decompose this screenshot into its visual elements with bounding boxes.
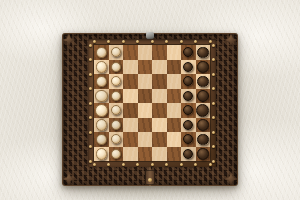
brass-stud-icon bbox=[136, 40, 139, 43]
square-a1 bbox=[94, 45, 109, 60]
square-d3 bbox=[123, 89, 138, 104]
square-c2 bbox=[109, 74, 124, 89]
piece-white-bishop bbox=[96, 119, 108, 131]
brass-stud-icon bbox=[212, 58, 215, 61]
photo-scene bbox=[0, 0, 300, 200]
square-e2 bbox=[109, 103, 124, 118]
square-e4 bbox=[138, 103, 153, 118]
square-h2 bbox=[109, 147, 124, 162]
square-b4 bbox=[138, 60, 153, 75]
square-g5 bbox=[152, 132, 167, 147]
brass-stud-icon bbox=[209, 163, 212, 166]
square-h3 bbox=[123, 147, 138, 162]
square-g8 bbox=[196, 132, 211, 147]
piece-black-knight bbox=[197, 134, 209, 146]
square-b8 bbox=[196, 60, 211, 75]
brass-stud-icon bbox=[212, 116, 215, 119]
piece-white-pawn bbox=[111, 149, 121, 159]
brass-stud-icon bbox=[212, 87, 215, 90]
piece-black-knight bbox=[197, 61, 209, 73]
piece-black-bishop bbox=[197, 76, 209, 88]
brass-stud-icon bbox=[122, 163, 125, 166]
square-b3 bbox=[123, 60, 138, 75]
square-a5 bbox=[152, 45, 167, 60]
brass-stud-icon bbox=[212, 131, 215, 134]
brass-stud-icon bbox=[89, 116, 92, 119]
square-e7 bbox=[181, 103, 196, 118]
square-f3 bbox=[123, 118, 138, 133]
piece-white-pawn bbox=[111, 91, 121, 101]
square-f7 bbox=[181, 118, 196, 133]
square-f1 bbox=[94, 118, 109, 133]
square-f6 bbox=[167, 118, 182, 133]
square-b5 bbox=[152, 60, 167, 75]
brass-stud-icon bbox=[89, 44, 92, 47]
square-e8 bbox=[196, 103, 211, 118]
square-f5 bbox=[152, 118, 167, 133]
piece-white-knight bbox=[96, 134, 108, 146]
square-h8 bbox=[196, 147, 211, 162]
square-g7 bbox=[181, 132, 196, 147]
piece-black-pawn bbox=[183, 62, 193, 72]
square-c3 bbox=[123, 74, 138, 89]
piece-black-queen bbox=[197, 90, 210, 103]
piece-white-rook bbox=[96, 47, 108, 59]
square-a4 bbox=[138, 45, 153, 60]
piece-black-pawn bbox=[183, 149, 193, 159]
square-c8 bbox=[196, 74, 211, 89]
brass-stud-icon bbox=[107, 40, 110, 43]
piece-white-king bbox=[95, 104, 108, 117]
square-b6 bbox=[167, 60, 182, 75]
square-h5 bbox=[152, 147, 167, 162]
piece-white-pawn bbox=[111, 105, 121, 115]
square-a6 bbox=[167, 45, 182, 60]
brass-stud-icon bbox=[136, 163, 139, 166]
square-f8 bbox=[196, 118, 211, 133]
piece-black-pawn bbox=[183, 120, 193, 130]
brass-stud-icon bbox=[212, 145, 215, 148]
brass-stud-icon bbox=[107, 163, 110, 166]
square-h6 bbox=[167, 147, 182, 162]
brass-stud-icon bbox=[93, 163, 96, 166]
square-g2 bbox=[109, 132, 124, 147]
piece-white-queen bbox=[95, 90, 108, 103]
piece-black-rook bbox=[197, 47, 209, 59]
square-e6 bbox=[167, 103, 182, 118]
square-e1 bbox=[94, 103, 109, 118]
brass-stud-icon bbox=[89, 145, 92, 148]
square-d8 bbox=[196, 89, 211, 104]
square-c1 bbox=[94, 74, 109, 89]
square-g4 bbox=[138, 132, 153, 147]
brass-stud-icon bbox=[89, 131, 92, 134]
square-d4 bbox=[138, 89, 153, 104]
square-h1 bbox=[94, 147, 109, 162]
piece-white-pawn bbox=[111, 134, 121, 144]
piece-black-pawn bbox=[183, 105, 193, 115]
square-d2 bbox=[109, 89, 124, 104]
brass-stud-icon bbox=[151, 163, 154, 166]
brass-stud-icon bbox=[89, 87, 92, 90]
brass-stud-icon bbox=[194, 163, 197, 166]
square-c6 bbox=[167, 74, 182, 89]
brass-stud-icon bbox=[122, 40, 125, 43]
brass-stud-icon bbox=[180, 40, 183, 43]
brass-stud-icon bbox=[212, 160, 215, 163]
brass-stud-icon bbox=[89, 160, 92, 163]
brass-stud-icon bbox=[151, 40, 154, 43]
brass-stud-icon bbox=[209, 40, 212, 43]
square-b7 bbox=[181, 60, 196, 75]
brass-stud-icon bbox=[93, 40, 96, 43]
chess-board bbox=[94, 45, 210, 161]
square-b1 bbox=[94, 60, 109, 75]
piece-black-pawn bbox=[183, 47, 193, 57]
piece-black-pawn bbox=[183, 76, 193, 86]
brass-stud-icon bbox=[89, 58, 92, 61]
square-f2 bbox=[109, 118, 124, 133]
square-g1 bbox=[94, 132, 109, 147]
square-b2 bbox=[109, 60, 124, 75]
piece-white-bishop bbox=[96, 76, 108, 88]
brass-stud-icon bbox=[212, 102, 215, 105]
square-g6 bbox=[167, 132, 182, 147]
square-a3 bbox=[123, 45, 138, 60]
brass-stud-icon bbox=[180, 163, 183, 166]
piece-white-pawn bbox=[111, 120, 121, 130]
brass-stud-icon bbox=[89, 102, 92, 105]
piece-black-rook bbox=[197, 148, 209, 160]
square-d6 bbox=[167, 89, 182, 104]
square-h4 bbox=[138, 147, 153, 162]
brass-stud-icon bbox=[165, 40, 168, 43]
brass-stud-icon bbox=[212, 44, 215, 47]
brass-stud-icon bbox=[212, 73, 215, 76]
square-h7 bbox=[181, 147, 196, 162]
square-g3 bbox=[123, 132, 138, 147]
latch-stud-icon bbox=[148, 178, 152, 182]
piece-black-pawn bbox=[183, 134, 193, 144]
brass-stud-icon bbox=[194, 40, 197, 43]
brass-stud-icon bbox=[89, 73, 92, 76]
square-c5 bbox=[152, 74, 167, 89]
brass-stud-icon bbox=[165, 163, 168, 166]
square-e5 bbox=[152, 103, 167, 118]
square-c7 bbox=[181, 74, 196, 89]
piece-black-king bbox=[196, 104, 209, 117]
square-f4 bbox=[138, 118, 153, 133]
square-d7 bbox=[181, 89, 196, 104]
piece-white-knight bbox=[96, 61, 108, 73]
piece-white-pawn bbox=[111, 76, 121, 86]
piece-black-bishop bbox=[197, 119, 209, 131]
square-a7 bbox=[181, 45, 196, 60]
square-d1 bbox=[94, 89, 109, 104]
piece-black-pawn bbox=[183, 91, 193, 101]
square-d5 bbox=[152, 89, 167, 104]
square-c4 bbox=[138, 74, 153, 89]
metal-clasp-icon bbox=[146, 32, 154, 39]
piece-white-pawn bbox=[111, 47, 121, 57]
square-e3 bbox=[123, 103, 138, 118]
square-a2 bbox=[109, 45, 124, 60]
piece-white-rook bbox=[96, 148, 108, 160]
square-a8 bbox=[196, 45, 211, 60]
piece-white-pawn bbox=[111, 62, 121, 72]
